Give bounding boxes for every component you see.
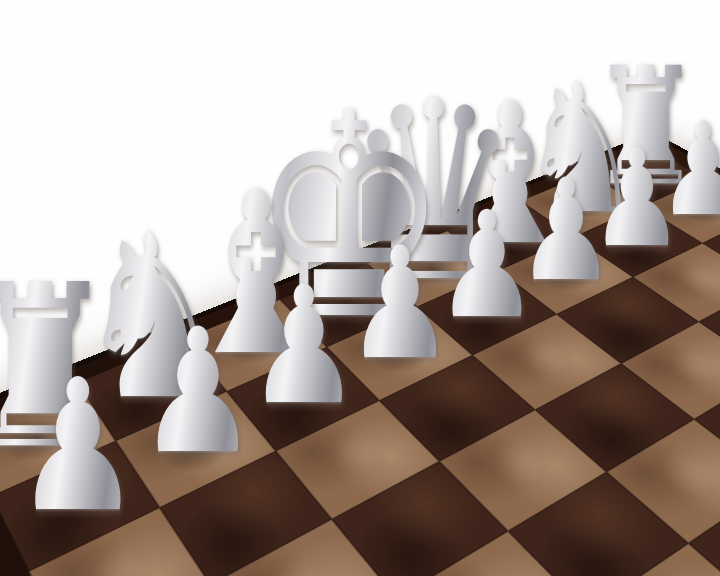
piece-white-pawn-h2[interactable]: ♟	[0, 355, 187, 537]
chess-set-photo: ♜♞♝♛♚♝♞♜♟♟♟♟♟♟♟♟	[0, 0, 720, 576]
